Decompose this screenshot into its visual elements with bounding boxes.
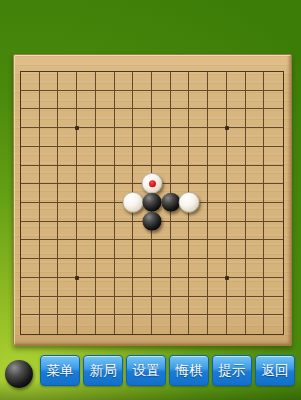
turn-indicator-black-stone [5,360,33,388]
grid-cell [115,147,134,166]
grid-cell [40,91,59,110]
grid-cell [40,128,59,147]
grid-cell [171,297,190,316]
grid-cell [21,240,40,259]
grid-cell [152,128,171,147]
grid-cell [208,72,227,91]
grid-cell [264,147,283,166]
grid-cell [21,109,40,128]
grid-cell [208,222,227,241]
grid-cell [152,240,171,259]
grid-cell [96,109,115,128]
grid-cell [58,91,77,110]
grid-cell [40,109,59,128]
grid-cell [208,278,227,297]
grid-cell [96,278,115,297]
grid-cell [21,297,40,316]
grid-cell [152,297,171,316]
grid-cell [171,128,190,147]
grid-cell [171,278,190,297]
grid-cell [115,91,134,110]
grid-cell [227,203,246,222]
grid-cell [77,203,96,222]
grid-cell [77,297,96,316]
menu-button[interactable]: 菜单 [40,355,80,386]
grid-cell [58,315,77,334]
grid-cell [40,240,59,259]
grid-cell [133,315,152,334]
grid-cell [246,259,265,278]
grid-cell [115,278,134,297]
grid-cell [246,147,265,166]
last-move-marker [149,180,156,187]
bottom-toolbar: 菜单 新局 设置 悔棋 提示 返回 [40,355,295,386]
grid-cell [96,72,115,91]
grid-cell [96,259,115,278]
grid-cell [77,147,96,166]
grid-cell [171,240,190,259]
grid-cell [115,240,134,259]
grid-cell [21,147,40,166]
grid-cell [227,278,246,297]
grid-cell [189,128,208,147]
grid-cell [96,91,115,110]
undo-button[interactable]: 悔棋 [169,355,209,386]
grid-cell [189,278,208,297]
grid-cell [21,166,40,185]
grid-cell [171,91,190,110]
grid-cell [227,72,246,91]
grid-cell [58,128,77,147]
grid-cell [133,240,152,259]
grid-cell [264,222,283,241]
grid-cell [58,278,77,297]
grid-cell [58,184,77,203]
grid-cell [58,240,77,259]
grid-cell [77,315,96,334]
grid-cell [115,109,134,128]
grid-cell [133,109,152,128]
game-screen: 菜单 新局 设置 悔棋 提示 返回 [0,0,301,400]
grid-cell [189,259,208,278]
grid-cell [227,166,246,185]
grid-cell [133,91,152,110]
grid-cell [264,278,283,297]
white-stone [179,192,200,213]
grid-cell [77,128,96,147]
grid-cell [264,166,283,185]
grid-cell [171,315,190,334]
grid-cell [40,222,59,241]
gomoku-board[interactable] [13,54,292,346]
grid-cell [189,222,208,241]
grid-cell [40,203,59,222]
grid-cell [189,109,208,128]
grid-cell [77,91,96,110]
grid-cell [77,72,96,91]
grid-cell [246,203,265,222]
grid-cell [246,222,265,241]
grid-cell [264,109,283,128]
grid-cell [152,259,171,278]
grid-cell [189,315,208,334]
grid-cell [40,166,59,185]
grid-cell [189,147,208,166]
grid-cell [96,147,115,166]
grid-cell [208,91,227,110]
grid-cell [152,147,171,166]
grid-cell [264,184,283,203]
grid-cell [58,109,77,128]
grid-cell [96,297,115,316]
grid-cell [208,166,227,185]
grid-cell [58,203,77,222]
grid-cell [115,315,134,334]
grid-cell [208,147,227,166]
grid-cell [21,222,40,241]
grid-cell [21,72,40,91]
grid-cell [227,147,246,166]
grid-cell [115,72,134,91]
grid-cell [227,297,246,316]
grid-cell [77,259,96,278]
grid-cell [227,128,246,147]
back-button[interactable]: 返回 [255,355,295,386]
grid-cell [246,91,265,110]
grid-cell [115,128,134,147]
grid-cell [58,222,77,241]
grid-cell [264,240,283,259]
grid-cell [77,222,96,241]
grid-cell [227,240,246,259]
grid-cell [96,184,115,203]
grid-cell [264,203,283,222]
grid-cell [77,109,96,128]
grid-cell [21,315,40,334]
grid-cell [264,128,283,147]
grid-cell [21,203,40,222]
grid-cell [96,166,115,185]
hint-button[interactable]: 提示 [212,355,252,386]
star-point [75,276,79,280]
grid-cell [58,259,77,278]
grid-cell [264,72,283,91]
star-point [225,276,229,280]
grid-cell [133,128,152,147]
grid-cell [58,297,77,316]
grid-cell [58,166,77,185]
grid-cell [133,278,152,297]
grid-cell [115,222,134,241]
star-point [75,126,79,130]
grid-cell [58,147,77,166]
grid-cell [40,297,59,316]
grid-cell [171,259,190,278]
grid-cell [40,278,59,297]
grid-cell [227,259,246,278]
grid-cell [133,72,152,91]
grid-cell [246,109,265,128]
grid-cell [246,315,265,334]
grid-cell [208,259,227,278]
grid-cell [189,91,208,110]
grid-cell [133,297,152,316]
grid-cell [246,297,265,316]
grid-cell [40,147,59,166]
grid-cell [246,240,265,259]
grid-cell [40,72,59,91]
grid-cell [208,109,227,128]
grid-cell [208,128,227,147]
grid-cell [40,184,59,203]
grid-cell [189,240,208,259]
grid-cell [77,184,96,203]
grid-cell [189,166,208,185]
grid-cell [246,184,265,203]
grid-cell [115,297,134,316]
grid-cell [227,109,246,128]
grid-cell [96,203,115,222]
grid-cell [152,72,171,91]
grid-cell [264,297,283,316]
grid-cell [246,166,265,185]
settings-button[interactable]: 设置 [126,355,166,386]
grid-cell [208,315,227,334]
grid-cell [152,91,171,110]
grid-cell [40,259,59,278]
grid-cell [171,109,190,128]
white-stone [142,173,163,194]
grid-cell [133,259,152,278]
grid-cell [152,315,171,334]
grid-cell [152,109,171,128]
grid-cell [96,240,115,259]
grid-cell [264,91,283,110]
grid-cell [40,315,59,334]
black-stone [143,193,162,212]
grid-cell [133,147,152,166]
grid-cell [227,91,246,110]
grid-cell [21,278,40,297]
grid-cell [77,278,96,297]
grid-cell [171,147,190,166]
grid-cell [208,203,227,222]
grid-cell [58,72,77,91]
star-point [225,126,229,130]
grid-cell [21,91,40,110]
grid-cell [21,128,40,147]
grid-cell [115,166,134,185]
grid-cell [208,184,227,203]
grid-cell [115,259,134,278]
black-stone [161,193,180,212]
grid-cell [171,222,190,241]
new-game-button[interactable]: 新局 [83,355,123,386]
grid-cell [96,222,115,241]
grid-cell [246,128,265,147]
grid-cell [227,315,246,334]
grid-cell [189,297,208,316]
grid-cell [208,297,227,316]
grid-cell [264,259,283,278]
grid-cell [171,166,190,185]
grid-cell [189,72,208,91]
grid-cell [21,184,40,203]
grid-cell [227,222,246,241]
grid-cell [171,72,190,91]
grid-cell [246,72,265,91]
grid-cell [152,278,171,297]
black-stone [143,211,162,230]
grid-cell [77,166,96,185]
grid-cell [96,128,115,147]
white-stone [123,192,144,213]
grid-cell [77,240,96,259]
grid-cell [96,315,115,334]
grid-cell [227,184,246,203]
grid-cell [246,278,265,297]
grid-cell [21,259,40,278]
grid-cell [208,240,227,259]
grid-cell [264,315,283,334]
